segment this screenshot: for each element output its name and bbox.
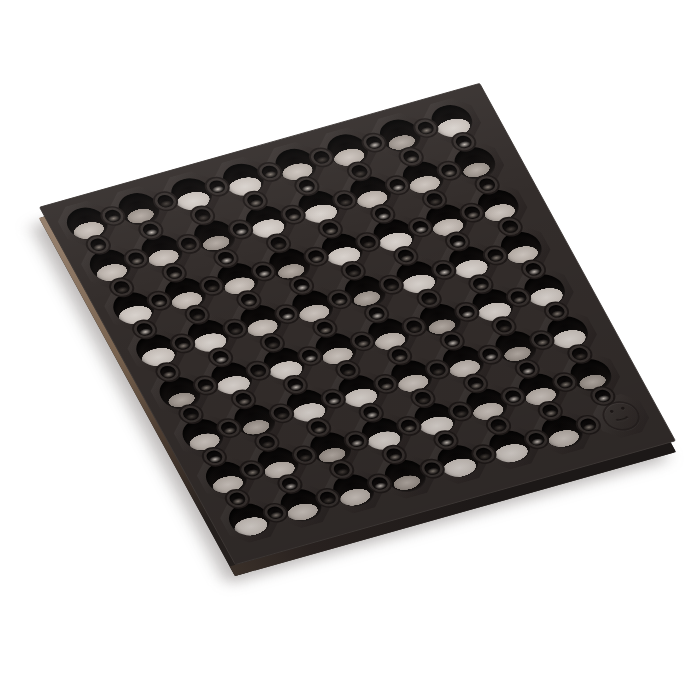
big-hole bbox=[164, 174, 218, 215]
big-hole bbox=[437, 341, 491, 382]
big-hole bbox=[442, 242, 496, 283]
big-hole bbox=[286, 286, 340, 327]
big-hole bbox=[135, 231, 189, 272]
big-hole bbox=[495, 227, 549, 268]
product-photo-scene bbox=[0, 0, 700, 700]
big-hole bbox=[280, 385, 334, 426]
big-hole bbox=[257, 343, 311, 384]
big-hole bbox=[269, 144, 323, 185]
big-hole bbox=[425, 100, 479, 141]
big-hole bbox=[344, 172, 398, 213]
big-hole bbox=[182, 315, 236, 356]
big-hole bbox=[419, 200, 473, 241]
big-hole bbox=[535, 412, 589, 453]
big-hole bbox=[466, 284, 520, 325]
big-hole bbox=[309, 328, 363, 369]
big-hole bbox=[205, 358, 259, 399]
big-hole bbox=[361, 314, 415, 355]
big-hole bbox=[431, 441, 485, 482]
big-hole bbox=[274, 485, 328, 526]
big-hole bbox=[512, 369, 566, 410]
big-hole bbox=[321, 130, 375, 171]
big-hole bbox=[158, 273, 212, 314]
big-hole bbox=[332, 371, 386, 412]
big-hole bbox=[199, 457, 253, 498]
mat-top-surface bbox=[39, 83, 676, 565]
big-hole bbox=[176, 415, 230, 456]
big-hole bbox=[234, 301, 288, 342]
big-hole bbox=[483, 426, 537, 467]
big-hole bbox=[106, 288, 160, 329]
big-hole bbox=[240, 201, 294, 242]
big-hole bbox=[564, 354, 618, 395]
big-hole bbox=[303, 428, 357, 469]
big-hole bbox=[390, 257, 444, 298]
big-hole bbox=[60, 203, 114, 244]
big-hole bbox=[216, 159, 270, 200]
big-hole bbox=[413, 299, 467, 340]
big-hole bbox=[251, 443, 305, 484]
big-hole bbox=[541, 312, 595, 353]
big-hole bbox=[373, 115, 427, 156]
big-hole bbox=[327, 470, 381, 511]
big-hole bbox=[228, 400, 282, 441]
big-hole bbox=[338, 271, 392, 312]
big-hole bbox=[448, 143, 502, 184]
big-hole bbox=[222, 500, 276, 541]
big-hole bbox=[489, 327, 543, 368]
big-hole bbox=[471, 185, 525, 226]
big-hole bbox=[130, 330, 184, 371]
big-hole bbox=[315, 229, 369, 270]
big-hole bbox=[153, 372, 207, 413]
big-hole bbox=[367, 214, 421, 255]
big-hole bbox=[187, 216, 241, 257]
big-hole bbox=[408, 399, 462, 440]
big-hole bbox=[384, 356, 438, 397]
big-hole bbox=[356, 413, 410, 454]
big-hole bbox=[112, 188, 166, 229]
big-hole bbox=[460, 384, 514, 425]
big-hole bbox=[263, 244, 317, 285]
big-hole bbox=[292, 187, 346, 228]
big-hole bbox=[379, 456, 433, 497]
big-hole bbox=[396, 157, 450, 198]
big-hole bbox=[83, 245, 137, 286]
big-hole bbox=[518, 270, 572, 311]
big-hole bbox=[211, 258, 265, 299]
